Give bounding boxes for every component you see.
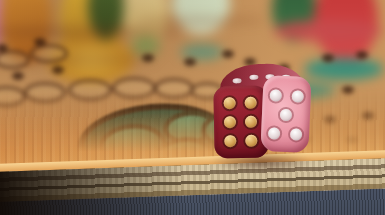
die-pip [268,127,281,140]
track-space-circle [0,50,30,69]
pawn-pink [0,0,2,58]
track-hole-dot [184,58,196,66]
track-hole-dot [222,50,234,58]
pawn-green-right [272,0,316,42]
die-pip [249,75,258,80]
track-hole-dot [0,44,8,52]
wood-grain-band [0,26,186,38]
pawn-pale-yellow [122,0,168,48]
die-pip [244,96,256,108]
pawn-yellow [60,0,122,70]
track-hole-dot [52,66,64,74]
wood-grain-band [136,16,266,25]
die-pip [291,90,304,103]
background-light-blob [172,0,230,34]
track-hole-dot [12,72,24,80]
die-front-face-six [213,86,268,159]
die-pip [224,136,236,148]
die-pip [280,108,293,121]
track-space-circle [30,44,68,63]
red-die [210,64,314,168]
track-hole-dot [356,51,368,59]
teal-track-band [304,58,384,80]
track-hole-dot [34,38,46,46]
die-right-face-five [260,75,311,153]
pawn-green-left [88,0,124,40]
teal-track-band [180,44,224,60]
pawn-red [314,0,378,64]
die-pip [245,116,257,128]
die-pip [224,116,236,128]
pawn-orange [0,0,52,64]
track-hole-dot [142,54,154,62]
pawn-yellow-base [48,36,134,84]
track-hole-dot [322,54,334,62]
die-pip [245,135,257,147]
wood-grain-band [0,56,156,65]
die-pip [224,97,236,109]
board-game-photo [0,0,385,215]
die-pip [289,128,302,141]
green-reflection [132,36,160,56]
die-pip [270,89,283,102]
red-track-band [274,20,382,42]
board-shadow [0,165,190,215]
die-pip [232,78,241,83]
